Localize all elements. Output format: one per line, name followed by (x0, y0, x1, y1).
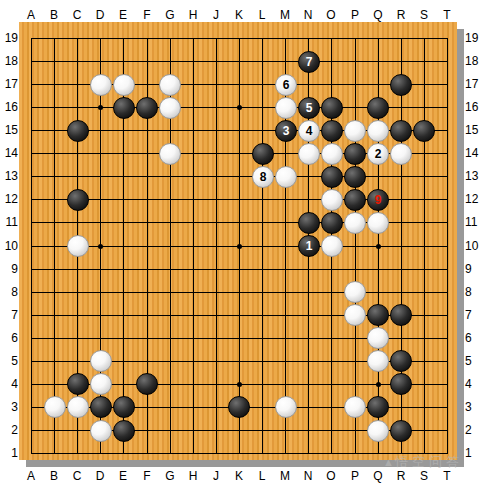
move-number: 7 (299, 52, 319, 72)
star-point (237, 105, 242, 110)
row-label-left: 16 (0, 100, 18, 114)
row-label-left: 7 (0, 308, 18, 322)
star-point (376, 382, 381, 387)
white-stone (321, 235, 343, 257)
white-stone: 6 (275, 74, 297, 96)
white-stone (90, 373, 112, 395)
row-label-left: 9 (0, 262, 18, 276)
column-label-bottom: F (137, 469, 157, 483)
row-label-right: 15 (465, 123, 480, 137)
black-stone (321, 97, 343, 119)
black-stone (367, 97, 389, 119)
black-stone (298, 212, 320, 234)
column-label-top: K (229, 8, 249, 22)
star-point (98, 244, 103, 249)
row-label-right: 18 (465, 54, 480, 68)
black-stone (390, 120, 412, 142)
white-stone (367, 120, 389, 142)
black-stone (321, 212, 343, 234)
white-stone (90, 350, 112, 372)
white-stone (275, 396, 297, 418)
row-label-right: 12 (465, 192, 480, 206)
column-label-top: N (298, 8, 318, 22)
row-label-left: 11 (0, 215, 18, 229)
move-number: 8 (253, 167, 273, 187)
row-label-left: 13 (0, 169, 18, 183)
white-stone: 2 (367, 143, 389, 165)
column-label-top: D (90, 8, 110, 22)
row-label-left: 18 (0, 54, 18, 68)
column-label-top: F (137, 8, 157, 22)
row-label-right: 14 (465, 146, 480, 160)
black-stone (344, 189, 366, 211)
white-stone (90, 74, 112, 96)
black-stone (67, 120, 89, 142)
white-stone (344, 120, 366, 142)
row-label-right: 8 (465, 285, 480, 299)
move-number: 3 (276, 121, 296, 141)
white-stone (159, 143, 181, 165)
row-label-right: 5 (465, 354, 480, 368)
row-label-left: 3 (0, 400, 18, 414)
black-stone (321, 120, 343, 142)
column-label-top: H (183, 8, 203, 22)
column-label-top: A (21, 8, 41, 22)
column-label-top: E (113, 8, 133, 22)
white-stone (159, 97, 181, 119)
column-label-bottom: C (67, 469, 87, 483)
column-label-top: G (160, 8, 180, 22)
row-label-right: 6 (465, 331, 480, 345)
white-stone: 8 (252, 166, 274, 188)
white-stone (159, 74, 181, 96)
row-label-left: 8 (0, 285, 18, 299)
black-stone (367, 396, 389, 418)
column-label-bottom: A (21, 469, 41, 483)
column-label-top: S (414, 8, 434, 22)
column-label-bottom: M (275, 469, 295, 483)
grid-line-horizontal (31, 269, 448, 270)
row-label-right: 17 (465, 77, 480, 91)
column-label-top: Q (368, 8, 388, 22)
move-number: 5 (299, 98, 319, 118)
white-stone (367, 212, 389, 234)
column-label-bottom: J (206, 469, 226, 483)
column-label-top: P (345, 8, 365, 22)
row-label-left: 6 (0, 331, 18, 345)
row-label-right: 4 (465, 377, 480, 391)
column-label-top: T (437, 8, 457, 22)
black-stone (390, 350, 412, 372)
move-number: 4 (299, 121, 319, 141)
black-stone (413, 120, 435, 142)
column-label-bottom: K (229, 469, 249, 483)
row-label-left: 17 (0, 77, 18, 91)
row-label-right: 3 (465, 400, 480, 414)
grid-line-vertical (424, 38, 425, 454)
white-stone (67, 235, 89, 257)
row-label-right: 9 (465, 262, 480, 276)
move-number: 1 (299, 236, 319, 256)
watermark-text: 悟空问答 (395, 454, 463, 469)
black-stone (113, 420, 135, 442)
move-number: 2 (368, 144, 388, 164)
star-point (237, 244, 242, 249)
black-stone (136, 97, 158, 119)
white-stone (344, 281, 366, 303)
watermark: ▲悟空问答 (383, 451, 479, 473)
row-label-right: 19 (465, 31, 480, 45)
column-label-bottom: B (44, 469, 64, 483)
black-stone (67, 189, 89, 211)
black-stone: 7 (298, 51, 320, 73)
white-stone (67, 396, 89, 418)
column-label-bottom: G (160, 469, 180, 483)
white-stone (90, 420, 112, 442)
black-stone (90, 396, 112, 418)
white-stone (113, 74, 135, 96)
white-stone (298, 143, 320, 165)
black-stone (113, 97, 135, 119)
column-label-top: M (275, 8, 295, 22)
grid-line-horizontal (31, 292, 448, 293)
white-stone (275, 97, 297, 119)
row-label-left: 1 (0, 446, 18, 460)
column-label-bottom: L (252, 469, 272, 483)
white-stone (367, 350, 389, 372)
move-number: 9 (368, 190, 388, 210)
black-stone (321, 166, 343, 188)
row-label-left: 4 (0, 377, 18, 391)
black-stone (252, 143, 274, 165)
white-stone (275, 166, 297, 188)
row-label-left: 10 (0, 239, 18, 253)
column-label-top: L (252, 8, 272, 22)
row-label-left: 2 (0, 423, 18, 437)
row-label-right: 10 (465, 239, 480, 253)
black-stone: 9 (367, 189, 389, 211)
go-diagram: 753916428 AABBCCDDEEFFGGHHJJKKLLMMNNOOPP… (0, 0, 480, 488)
column-label-top: J (206, 8, 226, 22)
row-label-right: 7 (465, 308, 480, 322)
row-label-right: 11 (465, 215, 480, 229)
black-stone (228, 396, 250, 418)
black-stone: 3 (275, 120, 297, 142)
star-point (376, 244, 381, 249)
white-stone (367, 420, 389, 442)
white-stone (44, 396, 66, 418)
row-label-left: 15 (0, 123, 18, 137)
white-stone (367, 327, 389, 349)
star-point (98, 105, 103, 110)
row-label-right: 16 (465, 100, 480, 114)
row-label-left: 12 (0, 192, 18, 206)
black-stone (390, 373, 412, 395)
black-stone: 1 (298, 235, 320, 257)
column-label-top: C (67, 8, 87, 22)
column-label-top: O (321, 8, 341, 22)
column-label-bottom: E (113, 469, 133, 483)
column-label-bottom: P (345, 469, 365, 483)
star-point (237, 382, 242, 387)
white-stone (344, 304, 366, 326)
white-stone (344, 396, 366, 418)
row-label-right: 13 (465, 169, 480, 183)
black-stone: 5 (298, 97, 320, 119)
column-label-bottom: O (321, 469, 341, 483)
black-stone (344, 166, 366, 188)
row-label-left: 14 (0, 146, 18, 160)
move-number: 6 (276, 75, 296, 95)
white-stone (344, 212, 366, 234)
black-stone (367, 304, 389, 326)
watermark-logo-icon: ▲ (383, 456, 394, 468)
column-label-top: R (391, 8, 411, 22)
column-label-bottom: D (90, 469, 110, 483)
black-stone (390, 420, 412, 442)
grid-line-vertical (262, 38, 263, 454)
white-stone (390, 143, 412, 165)
black-stone (344, 143, 366, 165)
column-label-bottom: N (298, 469, 318, 483)
black-stone (113, 396, 135, 418)
black-stone (67, 373, 89, 395)
grid-line-vertical (447, 38, 448, 454)
black-stone (390, 304, 412, 326)
row-label-right: 2 (465, 423, 480, 437)
column-label-top: B (44, 8, 64, 22)
column-label-bottom: H (183, 469, 203, 483)
black-stone (390, 74, 412, 96)
row-label-left: 5 (0, 354, 18, 368)
white-stone (321, 189, 343, 211)
black-stone (136, 373, 158, 395)
row-label-left: 19 (0, 31, 18, 45)
white-stone: 4 (298, 120, 320, 142)
grid-line-vertical (355, 38, 356, 454)
go-board[interactable]: 753916428 (19, 22, 457, 460)
white-stone (321, 143, 343, 165)
